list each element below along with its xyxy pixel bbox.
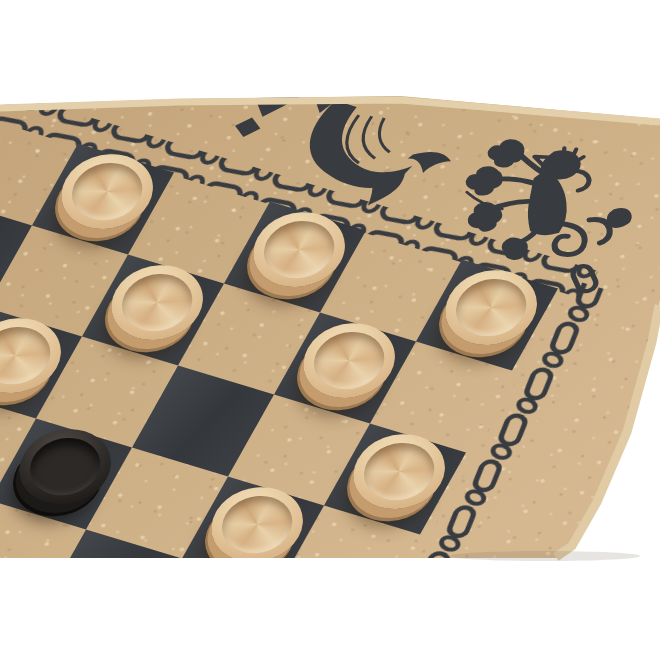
checkers-board[interactable] <box>0 0 660 660</box>
board-photo <box>0 0 660 660</box>
